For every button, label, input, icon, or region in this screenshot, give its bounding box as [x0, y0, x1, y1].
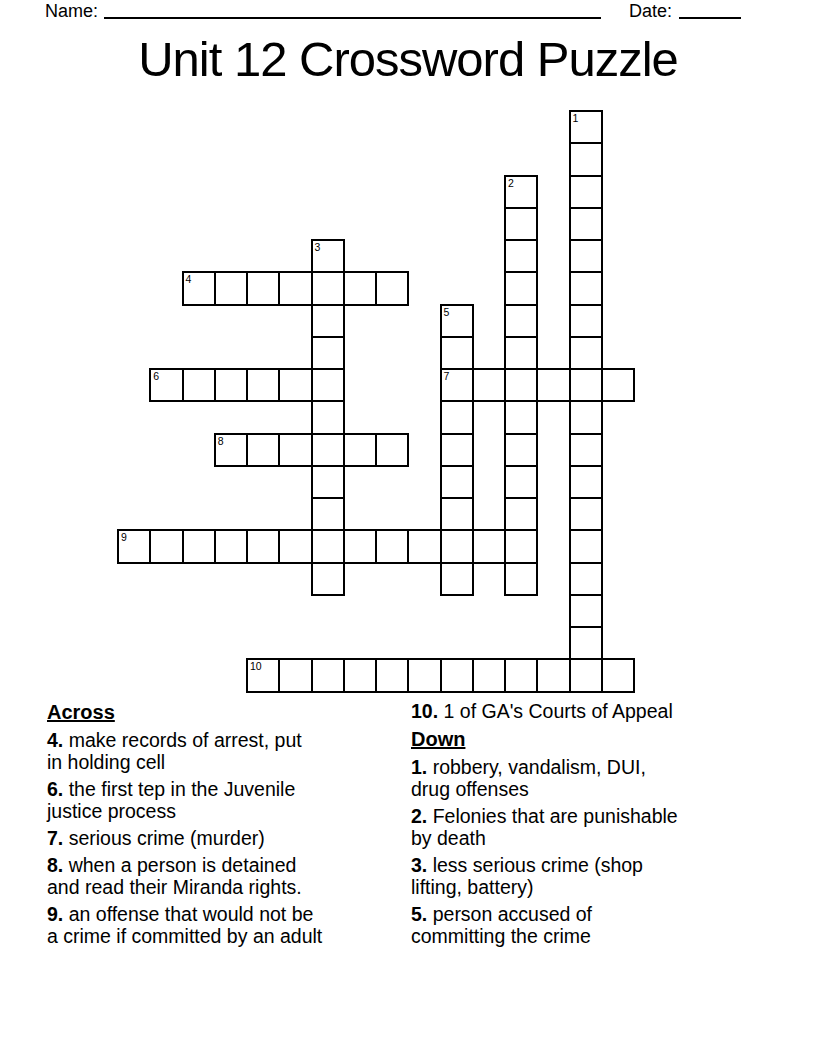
grid-cell[interactable]: [569, 658, 603, 692]
grid-cell[interactable]: [504, 368, 538, 402]
grid-cell[interactable]: [569, 271, 603, 305]
worksheet-page: Name: Date: Unit 12 Crossword Puzzle 467…: [0, 0, 816, 1056]
clue-item-number: 1.: [411, 756, 427, 778]
grid-cell[interactable]: [246, 271, 280, 305]
grid-cell[interactable]: [311, 658, 345, 692]
grid-cell[interactable]: [569, 175, 603, 209]
clue-item-text: 1 of GA's Courts of Appeal: [444, 700, 673, 722]
grid-cell[interactable]: [214, 529, 248, 563]
grid-cell[interactable]: [343, 658, 377, 692]
grid-cell[interactable]: [343, 433, 377, 467]
grid-cell[interactable]: [182, 368, 216, 402]
grid-cell[interactable]: [472, 658, 506, 692]
clues-column-left: Across 4. make records of arrest, put in…: [47, 700, 411, 952]
grid-cell[interactable]: [569, 400, 603, 434]
down-heading: Down: [411, 727, 771, 751]
clue-number: 9: [121, 532, 127, 543]
grid-cell[interactable]: [214, 368, 248, 402]
name-date-row: Name: Date:: [45, 1, 741, 22]
across-clue-list: 4. make records of arrest, put in holdin…: [47, 729, 411, 947]
clue-item-number: 5.: [411, 903, 427, 925]
page-title: Unit 12 Crossword Puzzle: [0, 31, 816, 87]
crossword-grid: 46789101235: [117, 110, 636, 693]
across-clue-overflow: 10. 1 of GA's Courts of Appeal: [411, 700, 771, 722]
clues-section: Across 4. make records of arrest, put in…: [47, 700, 771, 952]
grid-cell[interactable]: [569, 142, 603, 176]
grid-cell[interactable]: [536, 658, 570, 692]
grid-cell[interactable]: [149, 529, 183, 563]
grid-cell[interactable]: [311, 465, 345, 499]
clue-item: 7. serious crime (murder): [47, 827, 411, 849]
grid-cell[interactable]: [569, 497, 603, 531]
grid-cell[interactable]: [569, 207, 603, 241]
clue-number: 8: [218, 436, 224, 447]
clue-number: 2: [508, 178, 514, 189]
grid-cell[interactable]: [311, 433, 345, 467]
grid-cell[interactable]: [440, 433, 474, 467]
grid-cell[interactable]: [569, 433, 603, 467]
clue-item-text: robbery, vandalism, DUI, drug offenses: [411, 756, 646, 800]
grid-cell[interactable]: [504, 304, 538, 338]
grid-cell[interactable]: [472, 529, 506, 563]
grid-cell[interactable]: [311, 497, 345, 531]
clue-item-number: 10.: [411, 700, 438, 722]
grid-cell[interactable]: [504, 433, 538, 467]
clue-number: 7: [444, 371, 450, 382]
grid-cell[interactable]: [569, 465, 603, 499]
grid-cell[interactable]: [182, 529, 216, 563]
grid-cell[interactable]: [569, 239, 603, 273]
grid-cell[interactable]: [504, 497, 538, 531]
clue-item-number: 4.: [47, 729, 63, 751]
grid-cell[interactable]: [343, 529, 377, 563]
clue-number: 4: [186, 274, 192, 285]
grid-cell[interactable]: [504, 562, 538, 596]
grid-cell[interactable]: [601, 368, 635, 402]
clue-item: 1. robbery, vandalism, DUI, drug offense…: [411, 756, 771, 800]
grid-cell[interactable]: [601, 658, 635, 692]
name-blank-line[interactable]: [104, 1, 601, 19]
clue-item: 6. the first tep in the Juvenile justice…: [47, 778, 411, 822]
grid-cell[interactable]: [569, 626, 603, 660]
date-blank-line[interactable]: [679, 1, 741, 19]
grid-cell[interactable]: [246, 368, 280, 402]
clue-number: 6: [153, 371, 159, 382]
clue-item-text: an offense that would not be a crime if …: [47, 903, 322, 947]
grid-cell[interactable]: [504, 465, 538, 499]
down-clue-list: 1. robbery, vandalism, DUI, drug offense…: [411, 756, 771, 947]
grid-cell[interactable]: [440, 400, 474, 434]
grid-cell[interactable]: [440, 465, 474, 499]
grid-cell[interactable]: [472, 368, 506, 402]
clue-item-text: less serious crime (shop lifting, batter…: [411, 854, 643, 898]
clue-item-number: 7.: [47, 827, 63, 849]
clue-item-number: 6.: [47, 778, 63, 800]
clue-item: 4. make records of arrest, put in holdin…: [47, 729, 411, 773]
clue-number: 3: [315, 242, 321, 253]
grid-cell[interactable]: [278, 433, 312, 467]
grid-cell[interactable]: [311, 271, 345, 305]
clue-item: 9. an offense that would not be a crime …: [47, 903, 411, 947]
grid-cell[interactable]: [278, 368, 312, 402]
grid-cell[interactable]: [569, 368, 603, 402]
grid-cell[interactable]: [504, 271, 538, 305]
grid-cell[interactable]: [440, 497, 474, 531]
grid-cell[interactable]: [504, 658, 538, 692]
clue-item-text: serious crime (murder): [69, 827, 265, 849]
grid-cell[interactable]: [246, 529, 280, 563]
clue-item-number: 9.: [47, 903, 63, 925]
grid-cell[interactable]: [440, 529, 474, 563]
clue-item-text: when a person is detained and read their…: [47, 854, 302, 898]
grid-cell[interactable]: [278, 529, 312, 563]
grid-cell[interactable]: [375, 529, 409, 563]
clue-number: 10: [250, 661, 262, 672]
grid-cell[interactable]: [569, 562, 603, 596]
name-label: Name:: [45, 1, 98, 22]
grid-cell[interactable]: [536, 368, 570, 402]
grid-cell[interactable]: [440, 336, 474, 370]
grid-cell[interactable]: [214, 271, 248, 305]
clue-item-text: person accused of committing the crime: [411, 903, 592, 947]
across-heading: Across: [47, 700, 411, 724]
clue-item: 10. 1 of GA's Courts of Appeal: [411, 700, 771, 722]
clue-item: 8. when a person is detained and read th…: [47, 854, 411, 898]
grid-cell[interactable]: [407, 658, 441, 692]
clue-item-number: 8.: [47, 854, 63, 876]
date-label: Date:: [629, 1, 672, 22]
grid-cell[interactable]: [246, 433, 280, 467]
grid-cell[interactable]: [311, 529, 345, 563]
clue-number: 1: [573, 113, 579, 124]
clue-item-text: the first tep in the Juvenile justice pr…: [47, 778, 295, 822]
grid-cell[interactable]: [311, 400, 345, 434]
grid-cell[interactable]: [504, 207, 538, 241]
grid-cell[interactable]: [569, 336, 603, 370]
grid-cell[interactable]: [504, 336, 538, 370]
grid-cell[interactable]: [278, 658, 312, 692]
grid-cell[interactable]: [375, 658, 409, 692]
clue-item-text: make records of arrest, put in holding c…: [47, 729, 302, 773]
grid-cell[interactable]: [278, 271, 312, 305]
clue-item: 2. Felonies that are punishable by death: [411, 805, 771, 849]
grid-cell[interactable]: [343, 271, 377, 305]
grid-cell[interactable]: [504, 400, 538, 434]
clue-number: 5: [444, 307, 450, 318]
clue-item: 5. person accused of committing the crim…: [411, 903, 771, 947]
clue-item-text: Felonies that are punishable by death: [411, 805, 678, 849]
clues-column-right: 10. 1 of GA's Courts of Appeal Down 1. r…: [411, 700, 771, 952]
clue-item-number: 3.: [411, 854, 427, 876]
grid-cell[interactable]: [311, 368, 345, 402]
grid-cell[interactable]: [569, 529, 603, 563]
grid-cell[interactable]: [375, 433, 409, 467]
grid-cell[interactable]: [504, 239, 538, 273]
grid-cell[interactable]: [504, 529, 538, 563]
grid-cell[interactable]: [440, 658, 474, 692]
grid-cell[interactable]: [569, 304, 603, 338]
grid-cell[interactable]: [440, 562, 474, 596]
grid-cell[interactable]: [311, 336, 345, 370]
grid-cell[interactable]: [311, 562, 345, 596]
grid-cell[interactable]: [375, 271, 409, 305]
grid-cell[interactable]: [407, 529, 441, 563]
clue-item: 3. less serious crime (shop lifting, bat…: [411, 854, 771, 898]
grid-cell[interactable]: [311, 304, 345, 338]
clue-item-number: 2.: [411, 805, 427, 827]
grid-cell[interactable]: [569, 594, 603, 628]
